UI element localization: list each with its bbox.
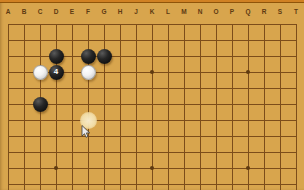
stone-black-G17 (97, 49, 112, 64)
stone-black-F17 (81, 49, 96, 64)
stone-black-D16: 4 (49, 65, 64, 80)
stone-black-D17 (49, 49, 64, 64)
go-app-window: ABCDEFGHJKLMNOPQRST 4 (0, 0, 304, 190)
stone-black-C14 (33, 97, 48, 112)
top-toolbar-edge (0, 0, 304, 3)
hover-preview-stone[interactable] (80, 112, 97, 129)
stone-white-F16 (81, 65, 96, 80)
stone-white-C16 (33, 65, 48, 80)
go-board-grid[interactable]: 4 (0, 16, 304, 190)
move-number-label: 4 (54, 68, 58, 76)
